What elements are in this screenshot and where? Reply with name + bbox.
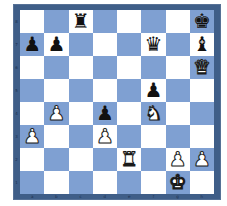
square-g1[interactable]: ♚: [166, 171, 190, 194]
square-g2[interactable]: ♟: [166, 148, 190, 171]
square-g6[interactable]: [166, 56, 190, 79]
white-knight: ♞: [144, 103, 162, 123]
square-e4[interactable]: [117, 102, 141, 125]
rank-label-7: 7: [13, 33, 20, 56]
square-h1[interactable]: [190, 171, 214, 194]
square-e5[interactable]: [117, 79, 141, 102]
square-d1[interactable]: [93, 171, 117, 194]
square-b3[interactable]: [44, 125, 68, 148]
square-a2[interactable]: [20, 148, 44, 171]
square-f3[interactable]: [141, 125, 165, 148]
square-c8[interactable]: ♜: [69, 10, 93, 33]
black-pawn: ♟: [144, 80, 162, 100]
square-f1[interactable]: [141, 171, 165, 194]
square-g8[interactable]: [166, 10, 190, 33]
file-label-e: e: [117, 194, 141, 200]
black-pawn: ♟: [47, 34, 65, 54]
square-d3[interactable]: ♟: [93, 125, 117, 148]
white-pawn: ♟: [169, 149, 187, 169]
black-pawn: ♟: [23, 34, 41, 54]
square-a8[interactable]: [20, 10, 44, 33]
square-d7[interactable]: [93, 33, 117, 56]
square-a1[interactable]: [20, 171, 44, 194]
square-b8[interactable]: [44, 10, 68, 33]
file-label-c: c: [69, 194, 93, 200]
square-a4[interactable]: [20, 102, 44, 125]
square-f6[interactable]: [141, 56, 165, 79]
square-h2[interactable]: ♟: [190, 148, 214, 171]
square-b1[interactable]: [44, 171, 68, 194]
square-c7[interactable]: [69, 33, 93, 56]
square-d4[interactable]: ♟: [93, 102, 117, 125]
black-pawn: ♟: [96, 103, 114, 123]
square-e2[interactable]: ♜: [117, 148, 141, 171]
square-a5[interactable]: [20, 79, 44, 102]
square-b7[interactable]: ♟: [44, 33, 68, 56]
square-f4[interactable]: ♞: [141, 102, 165, 125]
rank-label-5: 5: [13, 79, 20, 102]
square-d6[interactable]: [93, 56, 117, 79]
square-h5[interactable]: [190, 79, 214, 102]
rank-label-6: 6: [13, 56, 20, 79]
rank-label-4: 4: [13, 102, 20, 125]
square-a6[interactable]: [20, 56, 44, 79]
square-c6[interactable]: [69, 56, 93, 79]
white-pawn: ♟: [47, 103, 65, 123]
white-queen: ♛: [193, 57, 211, 77]
file-labels: abcdefgh: [20, 194, 214, 200]
square-e8[interactable]: [117, 10, 141, 33]
rank-label-8: 8: [13, 10, 20, 33]
square-a7[interactable]: ♟: [20, 33, 44, 56]
square-g5[interactable]: [166, 79, 190, 102]
square-e7[interactable]: [117, 33, 141, 56]
square-b4[interactable]: ♟: [44, 102, 68, 125]
square-h4[interactable]: [190, 102, 214, 125]
square-f7[interactable]: ♛: [141, 33, 165, 56]
white-rook: ♜: [120, 149, 138, 169]
square-c5[interactable]: [69, 79, 93, 102]
square-b6[interactable]: [44, 56, 68, 79]
square-h3[interactable]: [190, 125, 214, 148]
square-d8[interactable]: [93, 10, 117, 33]
white-pawn: ♟: [23, 126, 41, 146]
black-queen: ♛: [144, 34, 162, 54]
square-e3[interactable]: [117, 125, 141, 148]
rank-label-2: 2: [13, 148, 20, 171]
black-king: ♚: [193, 11, 211, 31]
square-h7[interactable]: ♝: [190, 33, 214, 56]
square-f8[interactable]: [141, 10, 165, 33]
chess-board: ♜♚♟♟♛♝♛♟♟♟♞♟♟♜♟♟♚: [20, 10, 214, 194]
square-d2[interactable]: [93, 148, 117, 171]
square-c1[interactable]: [69, 171, 93, 194]
square-f2[interactable]: [141, 148, 165, 171]
white-king: ♚: [169, 172, 187, 192]
black-rook: ♜: [72, 11, 90, 31]
square-c3[interactable]: [69, 125, 93, 148]
file-label-b: b: [44, 194, 68, 200]
file-label-h: h: [190, 194, 214, 200]
rank-labels: 87654321: [13, 10, 20, 194]
rank-label-1: 1: [13, 171, 20, 194]
square-g3[interactable]: [166, 125, 190, 148]
square-h6[interactable]: ♛: [190, 56, 214, 79]
chess-board-frame: 87654321 abcdefgh ♜♚♟♟♛♝♛♟♟♟♞♟♟♜♟♟♚: [13, 4, 221, 200]
file-label-d: d: [93, 194, 117, 200]
file-label-f: f: [141, 194, 165, 200]
square-g7[interactable]: [166, 33, 190, 56]
square-d5[interactable]: [93, 79, 117, 102]
square-h8[interactable]: ♚: [190, 10, 214, 33]
file-label-g: g: [166, 194, 190, 200]
square-b5[interactable]: [44, 79, 68, 102]
white-pawn: ♟: [193, 149, 211, 169]
square-g4[interactable]: [166, 102, 190, 125]
square-e1[interactable]: [117, 171, 141, 194]
square-c2[interactable]: [69, 148, 93, 171]
chess-diagram: 87654321 abcdefgh ♜♚♟♟♛♝♛♟♟♟♞♟♟♜♟♟♚: [0, 0, 227, 206]
black-bishop: ♝: [193, 34, 211, 54]
square-b2[interactable]: [44, 148, 68, 171]
rank-label-3: 3: [13, 125, 20, 148]
square-f5[interactable]: ♟: [141, 79, 165, 102]
white-pawn: ♟: [96, 126, 114, 146]
square-c4[interactable]: [69, 102, 93, 125]
square-e6[interactable]: [117, 56, 141, 79]
square-a3[interactable]: ♟: [20, 125, 44, 148]
file-label-a: a: [20, 194, 44, 200]
